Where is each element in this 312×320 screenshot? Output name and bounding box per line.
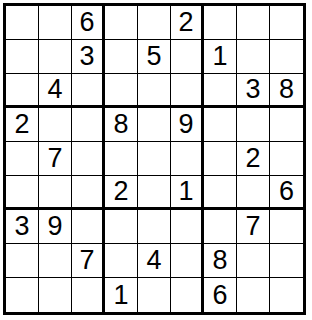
cell-r5c6[interactable] xyxy=(171,142,204,176)
cell-r7c7[interactable] xyxy=(204,210,237,244)
cell-r2c9[interactable] xyxy=(270,40,303,74)
cell-r8c4[interactable] xyxy=(105,244,138,278)
cell-r8c5[interactable]: 4 xyxy=(138,244,171,278)
cell-r7c4[interactable] xyxy=(105,210,138,244)
cell-r9c8[interactable] xyxy=(237,278,270,312)
cell-r9c3[interactable] xyxy=(72,278,105,312)
cell-r4c6[interactable]: 9 xyxy=(171,108,204,142)
cell-r4c9[interactable] xyxy=(270,108,303,142)
cell-r9c2[interactable] xyxy=(39,278,72,312)
cell-r9c5[interactable] xyxy=(138,278,171,312)
cell-r5c3[interactable] xyxy=(72,142,105,176)
cell-r6c1[interactable] xyxy=(6,176,39,210)
cell-r1c5[interactable] xyxy=(138,6,171,40)
cell-r9c9[interactable] xyxy=(270,278,303,312)
cell-r2c4[interactable] xyxy=(105,40,138,74)
cell-r5c9[interactable] xyxy=(270,142,303,176)
cell-r3c6[interactable] xyxy=(171,74,204,108)
cell-r1c3[interactable]: 6 xyxy=(72,6,105,40)
cell-r7c1[interactable]: 3 xyxy=(6,210,39,244)
cell-r3c1[interactable] xyxy=(6,74,39,108)
cell-r8c9[interactable] xyxy=(270,244,303,278)
cell-r6c5[interactable] xyxy=(138,176,171,210)
cell-r6c9[interactable]: 6 xyxy=(270,176,303,210)
cell-r8c6[interactable] xyxy=(171,244,204,278)
cell-r4c5[interactable] xyxy=(138,108,171,142)
cell-r6c4[interactable]: 2 xyxy=(105,176,138,210)
cell-r7c2[interactable]: 9 xyxy=(39,210,72,244)
cell-r5c8[interactable]: 2 xyxy=(237,142,270,176)
cell-r5c4[interactable] xyxy=(105,142,138,176)
cell-r1c6[interactable]: 2 xyxy=(171,6,204,40)
cell-r7c6[interactable] xyxy=(171,210,204,244)
cell-r1c7[interactable] xyxy=(204,6,237,40)
cell-r3c4[interactable] xyxy=(105,74,138,108)
cell-r6c3[interactable] xyxy=(72,176,105,210)
cell-r1c9[interactable] xyxy=(270,6,303,40)
cell-r4c7[interactable] xyxy=(204,108,237,142)
cell-r2c3[interactable]: 3 xyxy=(72,40,105,74)
cell-r9c1[interactable] xyxy=(6,278,39,312)
cell-r8c2[interactable] xyxy=(39,244,72,278)
cell-r4c4[interactable]: 8 xyxy=(105,108,138,142)
cell-r6c7[interactable] xyxy=(204,176,237,210)
cell-r9c6[interactable] xyxy=(171,278,204,312)
cell-r3c3[interactable] xyxy=(72,74,105,108)
cell-r7c5[interactable] xyxy=(138,210,171,244)
cell-r5c2[interactable]: 7 xyxy=(39,142,72,176)
cell-r2c7[interactable]: 1 xyxy=(204,40,237,74)
cell-r3c5[interactable] xyxy=(138,74,171,108)
cell-r1c1[interactable] xyxy=(6,6,39,40)
cell-r4c8[interactable] xyxy=(237,108,270,142)
cell-r2c2[interactable] xyxy=(39,40,72,74)
cell-r7c3[interactable] xyxy=(72,210,105,244)
cell-r3c8[interactable]: 3 xyxy=(237,74,270,108)
cell-r8c3[interactable]: 7 xyxy=(72,244,105,278)
cell-r5c1[interactable] xyxy=(6,142,39,176)
cell-r1c4[interactable] xyxy=(105,6,138,40)
cell-r7c9[interactable] xyxy=(270,210,303,244)
cell-r2c6[interactable] xyxy=(171,40,204,74)
cell-r8c7[interactable]: 8 xyxy=(204,244,237,278)
cell-r2c1[interactable] xyxy=(6,40,39,74)
cell-r3c2[interactable]: 4 xyxy=(39,74,72,108)
cell-r6c6[interactable]: 1 xyxy=(171,176,204,210)
sudoku-board: 6 2 3 5 1 4 3 8 2 8 9 7 2 2 1 6 3 9 xyxy=(3,3,306,315)
cell-r6c2[interactable] xyxy=(39,176,72,210)
cell-r4c1[interactable]: 2 xyxy=(6,108,39,142)
cell-r1c2[interactable] xyxy=(39,6,72,40)
cell-r8c8[interactable] xyxy=(237,244,270,278)
cell-r2c5[interactable]: 5 xyxy=(138,40,171,74)
cell-r5c5[interactable] xyxy=(138,142,171,176)
cell-r3c9[interactable]: 8 xyxy=(270,74,303,108)
cell-r9c7[interactable]: 6 xyxy=(204,278,237,312)
cell-r3c7[interactable] xyxy=(204,74,237,108)
cell-r2c8[interactable] xyxy=(237,40,270,74)
cell-r4c3[interactable] xyxy=(72,108,105,142)
cell-r9c4[interactable]: 1 xyxy=(105,278,138,312)
cell-r5c7[interactable] xyxy=(204,142,237,176)
cell-r1c8[interactable] xyxy=(237,6,270,40)
cell-r7c8[interactable]: 7 xyxy=(237,210,270,244)
cell-r8c1[interactable] xyxy=(6,244,39,278)
cell-r4c2[interactable] xyxy=(39,108,72,142)
cell-r6c8[interactable] xyxy=(237,176,270,210)
